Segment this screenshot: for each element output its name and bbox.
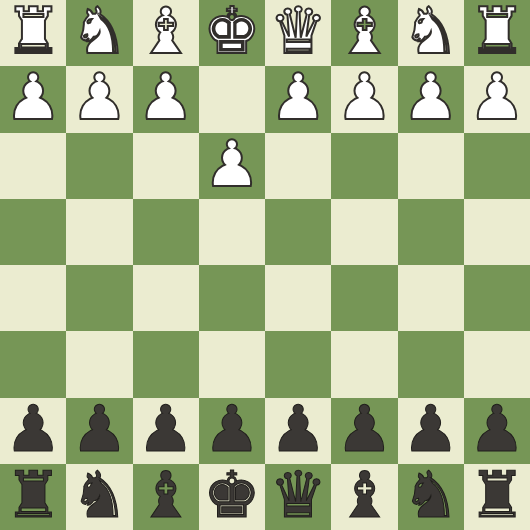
square-c2[interactable]: ♟	[331, 66, 397, 132]
black-pawn[interactable]: ♟	[468, 397, 525, 461]
white-rook[interactable]: ♜	[468, 0, 525, 63]
black-knight[interactable]: ♞	[71, 463, 128, 527]
square-c1[interactable]: ♝	[331, 0, 397, 66]
square-b7[interactable]: ♟	[398, 398, 464, 464]
chess-board: ♜♞♝♚♛♝♞♜♟♟♟♟♟♟♟♟♟♟♟♟♟♟♟♟♜♞♝♚♛♝♞♜	[0, 0, 530, 530]
black-rook[interactable]: ♜	[4, 463, 61, 527]
white-king[interactable]: ♚	[203, 0, 260, 63]
white-bishop[interactable]: ♝	[137, 0, 194, 63]
square-h2[interactable]: ♟	[0, 66, 66, 132]
square-h6[interactable]	[0, 331, 66, 397]
square-e6[interactable]	[199, 331, 265, 397]
square-g7[interactable]: ♟	[66, 398, 132, 464]
white-rook[interactable]: ♜	[4, 0, 61, 63]
square-a1[interactable]: ♜	[464, 0, 530, 66]
square-g2[interactable]: ♟	[66, 66, 132, 132]
square-f1[interactable]: ♝	[133, 0, 199, 66]
square-h1[interactable]: ♜	[0, 0, 66, 66]
black-knight[interactable]: ♞	[402, 463, 459, 527]
square-f7[interactable]: ♟	[133, 398, 199, 464]
black-bishop[interactable]: ♝	[137, 463, 194, 527]
white-pawn[interactable]: ♟	[4, 65, 61, 129]
white-queen[interactable]: ♛	[269, 0, 326, 63]
white-pawn[interactable]: ♟	[269, 65, 326, 129]
white-pawn[interactable]: ♟	[137, 65, 194, 129]
square-h5[interactable]	[0, 265, 66, 331]
square-c6[interactable]	[331, 331, 397, 397]
square-d4[interactable]	[265, 199, 331, 265]
square-d5[interactable]	[265, 265, 331, 331]
black-queen[interactable]: ♛	[269, 463, 326, 527]
square-e7[interactable]: ♟	[199, 398, 265, 464]
square-a3[interactable]	[464, 133, 530, 199]
square-f8[interactable]: ♝	[133, 464, 199, 530]
square-a2[interactable]: ♟	[464, 66, 530, 132]
square-h7[interactable]: ♟	[0, 398, 66, 464]
square-f2[interactable]: ♟	[133, 66, 199, 132]
square-a7[interactable]: ♟	[464, 398, 530, 464]
white-pawn[interactable]: ♟	[402, 65, 459, 129]
square-d2[interactable]: ♟	[265, 66, 331, 132]
square-h4[interactable]	[0, 199, 66, 265]
square-g6[interactable]	[66, 331, 132, 397]
square-c7[interactable]: ♟	[331, 398, 397, 464]
square-f6[interactable]	[133, 331, 199, 397]
square-h8[interactable]: ♜	[0, 464, 66, 530]
square-b8[interactable]: ♞	[398, 464, 464, 530]
square-g4[interactable]	[66, 199, 132, 265]
square-a4[interactable]	[464, 199, 530, 265]
square-b6[interactable]	[398, 331, 464, 397]
white-knight[interactable]: ♞	[402, 0, 459, 63]
square-e5[interactable]	[199, 265, 265, 331]
white-knight[interactable]: ♞	[71, 0, 128, 63]
square-f4[interactable]	[133, 199, 199, 265]
black-king[interactable]: ♚	[203, 463, 260, 527]
square-g5[interactable]	[66, 265, 132, 331]
square-b1[interactable]: ♞	[398, 0, 464, 66]
square-b5[interactable]	[398, 265, 464, 331]
square-d8[interactable]: ♛	[265, 464, 331, 530]
black-pawn[interactable]: ♟	[269, 397, 326, 461]
square-d6[interactable]	[265, 331, 331, 397]
square-e2[interactable]	[199, 66, 265, 132]
square-e4[interactable]	[199, 199, 265, 265]
white-bishop[interactable]: ♝	[336, 0, 393, 63]
board-container: ♜♞♝♚♛♝♞♜♟♟♟♟♟♟♟♟♟♟♟♟♟♟♟♟♜♞♝♚♛♝♞♜	[0, 0, 530, 530]
white-pawn[interactable]: ♟	[71, 65, 128, 129]
square-b4[interactable]	[398, 199, 464, 265]
square-g8[interactable]: ♞	[66, 464, 132, 530]
white-pawn[interactable]: ♟	[468, 65, 525, 129]
square-e8[interactable]: ♚	[199, 464, 265, 530]
black-pawn[interactable]: ♟	[336, 397, 393, 461]
square-e1[interactable]: ♚	[199, 0, 265, 66]
black-bishop[interactable]: ♝	[336, 463, 393, 527]
white-pawn[interactable]: ♟	[336, 65, 393, 129]
square-d7[interactable]: ♟	[265, 398, 331, 464]
square-d3[interactable]	[265, 133, 331, 199]
square-g3[interactable]	[66, 133, 132, 199]
black-pawn[interactable]: ♟	[402, 397, 459, 461]
black-pawn[interactable]: ♟	[4, 397, 61, 461]
square-f3[interactable]	[133, 133, 199, 199]
square-c4[interactable]	[331, 199, 397, 265]
square-a6[interactable]	[464, 331, 530, 397]
black-rook[interactable]: ♜	[468, 463, 525, 527]
square-d1[interactable]: ♛	[265, 0, 331, 66]
square-g1[interactable]: ♞	[66, 0, 132, 66]
square-c8[interactable]: ♝	[331, 464, 397, 530]
square-a5[interactable]	[464, 265, 530, 331]
white-pawn[interactable]: ♟	[203, 132, 260, 196]
black-pawn[interactable]: ♟	[137, 397, 194, 461]
square-b2[interactable]: ♟	[398, 66, 464, 132]
square-h3[interactable]	[0, 133, 66, 199]
square-b3[interactable]	[398, 133, 464, 199]
square-f5[interactable]	[133, 265, 199, 331]
square-c5[interactable]	[331, 265, 397, 331]
black-pawn[interactable]: ♟	[71, 397, 128, 461]
square-e3[interactable]: ♟	[199, 133, 265, 199]
black-pawn[interactable]: ♟	[203, 397, 260, 461]
square-a8[interactable]: ♜	[464, 464, 530, 530]
square-c3[interactable]	[331, 133, 397, 199]
